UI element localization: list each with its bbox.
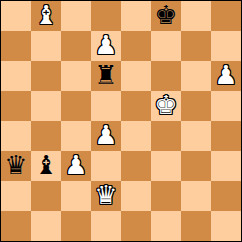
square-b3[interactable]: ♝ (31, 151, 61, 181)
square-c4[interactable] (61, 121, 91, 151)
square-d5[interactable] (91, 91, 121, 121)
black-rook: ♜ (94, 60, 117, 90)
square-g4[interactable] (181, 121, 211, 151)
square-g2[interactable] (181, 181, 211, 211)
square-h1[interactable] (211, 211, 241, 241)
square-f6[interactable] (151, 61, 181, 91)
square-g3[interactable] (181, 151, 211, 181)
square-c8[interactable] (61, 1, 91, 31)
square-a3[interactable]: ♛ (1, 151, 31, 181)
square-f2[interactable] (151, 181, 181, 211)
square-a5[interactable] (1, 91, 31, 121)
chess-board: ♝♚♟♜♟♚♟♛♝♟♛ (1, 1, 241, 241)
square-h4[interactable] (211, 121, 241, 151)
square-g7[interactable] (181, 31, 211, 61)
square-h2[interactable] (211, 181, 241, 211)
square-g8[interactable] (181, 1, 211, 31)
white-queen: ♛ (94, 180, 117, 210)
square-h5[interactable] (211, 91, 241, 121)
square-d4[interactable]: ♟ (91, 121, 121, 151)
black-queen: ♛ (4, 150, 27, 180)
square-g6[interactable] (181, 61, 211, 91)
square-a2[interactable] (1, 181, 31, 211)
square-b8[interactable]: ♝ (31, 1, 61, 31)
square-e5[interactable] (121, 91, 151, 121)
square-a4[interactable] (1, 121, 31, 151)
white-pawn: ♟ (94, 120, 117, 150)
square-a7[interactable] (1, 31, 31, 61)
square-b4[interactable] (31, 121, 61, 151)
square-e2[interactable] (121, 181, 151, 211)
square-b6[interactable] (31, 61, 61, 91)
white-bishop: ♝ (34, 0, 57, 30)
square-d3[interactable] (91, 151, 121, 181)
white-king: ♚ (154, 90, 177, 120)
square-d2[interactable]: ♛ (91, 181, 121, 211)
square-g5[interactable] (181, 91, 211, 121)
square-e6[interactable] (121, 61, 151, 91)
square-e8[interactable] (121, 1, 151, 31)
square-h7[interactable] (211, 31, 241, 61)
square-h6[interactable]: ♟ (211, 61, 241, 91)
square-a8[interactable] (1, 1, 31, 31)
square-d1[interactable] (91, 211, 121, 241)
square-f1[interactable] (151, 211, 181, 241)
square-d7[interactable]: ♟ (91, 31, 121, 61)
board-frame: ♝♚♟♜♟♚♟♛♝♟♛ (0, 0, 242, 242)
black-king: ♚ (154, 0, 177, 30)
square-e7[interactable] (121, 31, 151, 61)
square-d6[interactable]: ♜ (91, 61, 121, 91)
square-f7[interactable] (151, 31, 181, 61)
square-f8[interactable]: ♚ (151, 1, 181, 31)
square-e4[interactable] (121, 121, 151, 151)
square-f5[interactable]: ♚ (151, 91, 181, 121)
white-pawn: ♟ (64, 150, 87, 180)
square-f4[interactable] (151, 121, 181, 151)
square-d8[interactable] (91, 1, 121, 31)
square-e1[interactable] (121, 211, 151, 241)
square-b2[interactable] (31, 181, 61, 211)
square-c7[interactable] (61, 31, 91, 61)
square-c6[interactable] (61, 61, 91, 91)
square-h3[interactable] (211, 151, 241, 181)
square-a6[interactable] (1, 61, 31, 91)
square-e3[interactable] (121, 151, 151, 181)
square-c1[interactable] (61, 211, 91, 241)
white-pawn: ♟ (94, 30, 117, 60)
black-bishop: ♝ (34, 150, 57, 180)
square-f3[interactable] (151, 151, 181, 181)
square-b7[interactable] (31, 31, 61, 61)
square-b1[interactable] (31, 211, 61, 241)
square-c3[interactable]: ♟ (61, 151, 91, 181)
square-h8[interactable] (211, 1, 241, 31)
square-c2[interactable] (61, 181, 91, 211)
square-g1[interactable] (181, 211, 211, 241)
square-c5[interactable] (61, 91, 91, 121)
square-a1[interactable] (1, 211, 31, 241)
square-b5[interactable] (31, 91, 61, 121)
white-pawn: ♟ (214, 60, 237, 90)
